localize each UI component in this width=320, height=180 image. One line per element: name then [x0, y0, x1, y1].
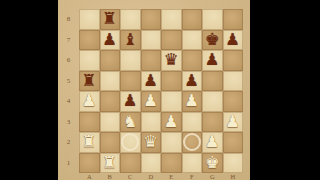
piece-white-rook-b1: ♜ — [102, 155, 117, 172]
annotation-circle-f2 — [183, 133, 201, 151]
square-c1[interactable] — [120, 153, 141, 174]
rank-label-1: 1 — [58, 153, 79, 174]
square-e7[interactable] — [161, 30, 182, 51]
file-label-f: F — [182, 173, 203, 180]
square-b4[interactable] — [100, 91, 121, 112]
square-d1[interactable] — [141, 153, 162, 174]
file-label-a: A — [79, 173, 100, 180]
piece-black-pawn-d5: ♟ — [143, 73, 158, 90]
square-d6[interactable] — [141, 50, 162, 71]
square-a1[interactable] — [79, 153, 100, 174]
square-a4[interactable]: ♟ — [79, 91, 100, 112]
rank-label-5: 5 — [58, 71, 79, 92]
piece-white-pawn-e3: ♟ — [164, 114, 179, 131]
square-a5[interactable]: ♜ — [79, 71, 100, 92]
square-a6[interactable] — [79, 50, 100, 71]
piece-white-pawn-g2: ♟ — [205, 134, 220, 151]
square-e8[interactable] — [161, 9, 182, 30]
piece-white-queen-d2: ♛ — [143, 134, 158, 151]
square-d5[interactable]: ♟ — [141, 71, 162, 92]
square-g1[interactable]: ♚ — [202, 153, 223, 174]
video-frame: 87654321 ♜♟♝♚♟♛♟♜♟♟♟♟♟♟♞♟♟♜♛♟♜♚ ABCDEFGH — [0, 0, 320, 180]
square-d3[interactable] — [141, 112, 162, 133]
square-f4[interactable]: ♟ — [182, 91, 203, 112]
file-label-d: D — [141, 173, 162, 180]
piece-black-king-g7: ♚ — [205, 32, 220, 49]
square-h5[interactable] — [223, 71, 244, 92]
square-c8[interactable] — [120, 9, 141, 30]
file-labels: ABCDEFGH — [79, 173, 243, 180]
piece-white-pawn-d4: ♟ — [143, 93, 158, 110]
square-c5[interactable] — [120, 71, 141, 92]
chess-board: 87654321 ♜♟♝♚♟♛♟♜♟♟♟♟♟♟♞♟♟♜♛♟♜♚ ABCDEFGH — [58, 0, 250, 180]
piece-black-rook-a5: ♜ — [82, 73, 97, 90]
piece-white-pawn-a4: ♟ — [82, 93, 97, 110]
square-e2[interactable] — [161, 132, 182, 153]
square-h3[interactable]: ♟ — [223, 112, 244, 133]
piece-white-rook-a2: ♜ — [82, 134, 97, 151]
rank-label-6: 6 — [58, 50, 79, 71]
square-a3[interactable] — [79, 112, 100, 133]
piece-black-rook-b8: ♜ — [102, 11, 117, 28]
rank-label-4: 4 — [58, 91, 79, 112]
square-b8[interactable]: ♜ — [100, 9, 121, 30]
square-f1[interactable] — [182, 153, 203, 174]
square-d2[interactable]: ♛ — [141, 132, 162, 153]
square-h7[interactable]: ♟ — [223, 30, 244, 51]
square-b3[interactable] — [100, 112, 121, 133]
square-a7[interactable] — [79, 30, 100, 51]
piece-white-knight-c3: ♞ — [123, 114, 138, 131]
square-f7[interactable] — [182, 30, 203, 51]
square-e5[interactable] — [161, 71, 182, 92]
piece-white-king-g1: ♚ — [205, 155, 220, 172]
square-h1[interactable] — [223, 153, 244, 174]
square-g8[interactable] — [202, 9, 223, 30]
square-g7[interactable]: ♚ — [202, 30, 223, 51]
board-grid: ♜♟♝♚♟♛♟♜♟♟♟♟♟♟♞♟♟♜♛♟♜♚ — [79, 9, 243, 173]
rank-label-3: 3 — [58, 112, 79, 133]
square-h4[interactable] — [223, 91, 244, 112]
square-f3[interactable] — [182, 112, 203, 133]
square-b5[interactable] — [100, 71, 121, 92]
file-label-g: G — [202, 173, 223, 180]
square-b2[interactable] — [100, 132, 121, 153]
piece-black-pawn-c4: ♟ — [123, 93, 138, 110]
annotation-circle-c2 — [121, 133, 139, 151]
square-b6[interactable] — [100, 50, 121, 71]
piece-black-bishop-c7: ♝ — [123, 32, 138, 49]
square-g2[interactable]: ♟ — [202, 132, 223, 153]
rank-labels: 87654321 — [58, 9, 79, 173]
file-label-e: E — [161, 173, 182, 180]
square-f6[interactable] — [182, 50, 203, 71]
square-d4[interactable]: ♟ — [141, 91, 162, 112]
rank-label-2: 2 — [58, 132, 79, 153]
piece-white-pawn-h3: ♟ — [225, 114, 240, 131]
square-h8[interactable] — [223, 9, 244, 30]
square-e6[interactable]: ♛ — [161, 50, 182, 71]
square-a2[interactable]: ♜ — [79, 132, 100, 153]
square-h6[interactable] — [223, 50, 244, 71]
square-d8[interactable] — [141, 9, 162, 30]
file-label-h: H — [223, 173, 244, 180]
square-f8[interactable] — [182, 9, 203, 30]
square-c7[interactable]: ♝ — [120, 30, 141, 51]
piece-black-pawn-b7: ♟ — [102, 32, 117, 49]
square-f2[interactable] — [182, 132, 203, 153]
piece-black-pawn-h7: ♟ — [225, 32, 240, 49]
piece-black-queen-e6: ♛ — [164, 52, 179, 69]
piece-black-pawn-f5: ♟ — [184, 73, 199, 90]
square-g5[interactable] — [202, 71, 223, 92]
piece-white-pawn-f4: ♟ — [184, 93, 199, 110]
square-e1[interactable] — [161, 153, 182, 174]
square-c2[interactable] — [120, 132, 141, 153]
square-e4[interactable] — [161, 91, 182, 112]
piece-black-pawn-g6: ♟ — [205, 52, 220, 69]
square-c4[interactable]: ♟ — [120, 91, 141, 112]
square-c6[interactable] — [120, 50, 141, 71]
square-b7[interactable]: ♟ — [100, 30, 121, 51]
square-d7[interactable] — [141, 30, 162, 51]
square-c3[interactable]: ♞ — [120, 112, 141, 133]
square-e3[interactable]: ♟ — [161, 112, 182, 133]
square-h2[interactable] — [223, 132, 244, 153]
square-g3[interactable] — [202, 112, 223, 133]
square-b1[interactable]: ♜ — [100, 153, 121, 174]
file-label-c: C — [120, 173, 141, 180]
rank-label-7: 7 — [58, 30, 79, 51]
square-a8[interactable] — [79, 9, 100, 30]
rank-label-8: 8 — [58, 9, 79, 30]
square-g6[interactable]: ♟ — [202, 50, 223, 71]
file-label-b: B — [100, 173, 121, 180]
square-g4[interactable] — [202, 91, 223, 112]
square-f5[interactable]: ♟ — [182, 71, 203, 92]
